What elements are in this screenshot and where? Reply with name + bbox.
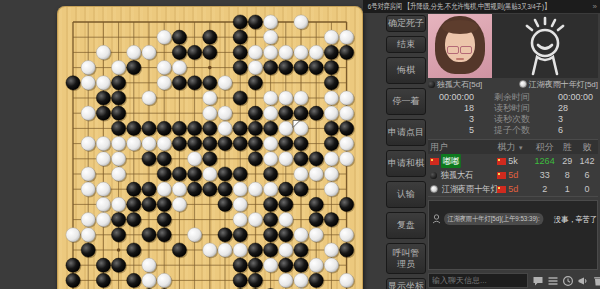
black-stone: [188, 45, 202, 59]
sidebar-button-6[interactable]: 认输: [386, 181, 426, 208]
black-stone: [172, 30, 186, 44]
white-stone: [233, 243, 247, 257]
black-stone: [203, 121, 217, 135]
user-table-header[interactable]: 用户 棋力 ▼ 积分 胜 败: [428, 140, 598, 154]
white-stone: [340, 106, 354, 120]
white-stone: [96, 137, 110, 151]
white-stone: [340, 228, 354, 242]
white-stone: [294, 91, 308, 105]
white-stone: [324, 152, 338, 166]
black-stone: [203, 152, 217, 166]
white-stone: [96, 182, 110, 196]
black-player-avatar[interactable]: [428, 14, 492, 78]
black-stone: [248, 152, 262, 166]
user-rank: 5d: [508, 184, 518, 194]
black-stone: [279, 228, 293, 242]
black-stone: [309, 152, 323, 166]
black-stone: [188, 76, 202, 90]
black-stone: [188, 121, 202, 135]
black-stone: [279, 61, 293, 75]
col-rank[interactable]: 棋力 ▼: [497, 140, 531, 155]
white-stone: [233, 213, 247, 227]
black-stone: [233, 228, 247, 242]
sort-arrow-icon: ▼: [518, 145, 524, 151]
black-stone: [233, 15, 247, 29]
black-stone: [340, 197, 354, 211]
stat-left-value-0: 00:00:00: [428, 92, 474, 103]
col-loss: 败: [576, 140, 598, 154]
white-stone: [264, 258, 278, 272]
black-stone: [294, 152, 308, 166]
black-stone: [248, 273, 262, 287]
trash-icon[interactable]: [592, 275, 600, 287]
white-stone: [142, 137, 156, 151]
user-wins: 8: [558, 168, 576, 182]
black-stone: [233, 30, 247, 44]
white-stone: [112, 137, 126, 151]
star-point: [208, 66, 212, 70]
user-losses: 142: [576, 154, 598, 168]
sidebar-button-5[interactable]: 申请和棋: [386, 150, 426, 177]
white-stone: [157, 76, 171, 90]
white-stone: [294, 228, 308, 242]
white-stone: [96, 45, 110, 59]
white-stone: [294, 15, 308, 29]
user-wins: 1: [558, 182, 576, 196]
black-stone: [279, 258, 293, 272]
col-score: 积分: [531, 140, 559, 154]
black-stone: [188, 167, 202, 181]
stat-label-0: 剩余时间: [474, 92, 550, 103]
black-stone: [127, 197, 141, 211]
black-stone: [142, 121, 156, 135]
black-stone: [309, 273, 323, 287]
white-stone: [127, 137, 141, 151]
white-stone: [324, 106, 338, 120]
black-stone: [233, 121, 247, 135]
stat-label-3: 提子个数: [474, 125, 550, 136]
white-stone: [309, 167, 323, 181]
black-stone: [157, 228, 171, 242]
country-flag-icon: [497, 172, 506, 179]
sidebar-button-8[interactable]: 呼叫管理员: [386, 243, 426, 274]
white-stone: [112, 197, 126, 211]
black-stone: [127, 273, 141, 287]
white-stone: [157, 61, 171, 75]
default-avatar-icon: [516, 16, 574, 76]
black-stone: [248, 121, 262, 135]
black-stone: [309, 61, 323, 75]
user-score: 1264: [531, 154, 559, 168]
white-stone: [264, 30, 278, 44]
black-stone-icon: [428, 81, 435, 88]
room-title: 6号对弈房间 【升降级,分先,不允许悔棋,中国规则(黑贴3又3/4子)】: [363, 0, 550, 13]
black-stone: [279, 182, 293, 196]
black-stone: [188, 182, 202, 196]
white-stone: [218, 121, 232, 135]
white-stone: [279, 152, 293, 166]
user-table: 用户 棋力 ▼ 积分 胜 败 嘟嘟5k126429142独孤大石5d3386江湖…: [428, 139, 598, 197]
black-stone: [264, 61, 278, 75]
black-stone: [218, 167, 232, 181]
white-stone: [188, 152, 202, 166]
black-stone: [142, 197, 156, 211]
black-stone: [172, 76, 186, 90]
black-stone: [127, 243, 141, 257]
white-stone: [309, 45, 323, 59]
white-stone: [142, 45, 156, 59]
white-stone: [233, 182, 247, 196]
avatar-fringe: [442, 20, 478, 34]
black-stone: [203, 182, 217, 196]
black-stone: [157, 197, 171, 211]
black-stone: [96, 91, 110, 105]
black-stone: [233, 45, 247, 59]
black-stone: [279, 106, 293, 120]
white-stone: [324, 91, 338, 105]
white-stone: [157, 137, 171, 151]
white-stone: [248, 45, 262, 59]
black-stone: [112, 121, 126, 135]
sidebar-button-1[interactable]: 结束: [386, 36, 426, 53]
stat-left-value-3: 5: [428, 125, 474, 136]
title-more-chevron[interactable]: »: [593, 0, 597, 13]
white-stone: [81, 167, 95, 181]
user-name: 江湖夜雨十年灯: [440, 182, 497, 196]
black-stone: [96, 106, 110, 120]
sidebar-button-3[interactable]: 停一着: [386, 88, 426, 115]
black-stone: [66, 273, 80, 287]
black-player-name: 独孤大石[5d]: [428, 80, 482, 90]
white-stone: [264, 91, 278, 105]
black-stone: [157, 152, 171, 166]
white-stone: [203, 106, 217, 120]
white-stone: [324, 167, 338, 181]
black-stone: [324, 45, 338, 59]
white-stone: [340, 91, 354, 105]
user-row-2[interactable]: 江湖夜雨十年灯5d210: [428, 182, 598, 196]
white-stone: [81, 182, 95, 196]
stat-left-value-2: 3: [428, 114, 474, 125]
white-stone: [218, 106, 232, 120]
black-stone: [340, 45, 354, 59]
black-stone: [248, 258, 262, 272]
player-avatars: [428, 14, 598, 78]
white-stone: [142, 273, 156, 287]
chat-input[interactable]: [428, 273, 528, 288]
black-stone: [309, 106, 323, 120]
white-stone-icon: [430, 185, 438, 193]
white-stone: [142, 91, 156, 105]
black-stone: [127, 121, 141, 135]
black-stone: [279, 197, 293, 211]
sidebar-button-2[interactable]: 悔棋: [386, 57, 426, 84]
white-stone: [264, 45, 278, 59]
white-stone: [81, 61, 95, 75]
megaphone-icon[interactable]: [577, 275, 589, 287]
white-stone: [248, 182, 262, 196]
list-icon[interactable]: [547, 275, 559, 287]
white-stone: [279, 45, 293, 59]
black-stone: [324, 121, 338, 135]
white-stone: [264, 137, 278, 151]
board-grid: [57, 6, 363, 289]
white-stone: [172, 197, 186, 211]
black-stone: [248, 15, 262, 29]
black-stone: [157, 167, 171, 181]
white-stone: [157, 30, 171, 44]
user-rank: 5k: [508, 156, 518, 166]
black-stone: [248, 76, 262, 90]
white-stone: [248, 61, 262, 75]
black-stone: [112, 258, 126, 272]
black-stone: [112, 76, 126, 90]
black-stone: [294, 61, 308, 75]
white-stone: [172, 61, 186, 75]
black-stone: [248, 137, 262, 151]
white-stone: [96, 213, 110, 227]
stat-right-value-2: 3: [550, 114, 598, 125]
stat-label-2: 读秒次数: [474, 114, 550, 125]
chat-sender: 江湖夜雨十年灯[5d](上午9:53:39):: [444, 213, 543, 225]
black-stone: [218, 137, 232, 151]
black-stone: [294, 106, 308, 120]
white-stone: [157, 273, 171, 287]
white-stone: [112, 167, 126, 181]
white-stone: [340, 137, 354, 151]
white-stone: [96, 76, 110, 90]
white-player-name: 江湖夜雨十年灯[5d]: [519, 80, 598, 90]
white-stone: [324, 243, 338, 257]
black-stone: [248, 243, 262, 257]
white-stone: [264, 152, 278, 166]
black-stone: [112, 213, 126, 227]
room-title-bar: 6号对弈房间 【升降级,分先,不允许悔棋,中国规则(黑贴3又3/4子)】 »: [363, 0, 600, 13]
black-stone: [157, 213, 171, 227]
black-stone: [172, 243, 186, 257]
black-stone: [172, 137, 186, 151]
black-stone: [324, 137, 338, 151]
black-stone: [127, 182, 141, 196]
black-stone: [264, 243, 278, 257]
star-point: [117, 248, 121, 252]
black-stone: [66, 76, 80, 90]
black-stone: [188, 137, 202, 151]
black-stone: [233, 91, 247, 105]
black-stone: [294, 137, 308, 151]
avatar-mouth: [456, 58, 464, 60]
black-stone: [96, 258, 110, 272]
white-stone: [340, 273, 354, 287]
white-stone: [340, 152, 354, 166]
chat-message: 江湖夜雨十年灯[5d](上午9:53:39): 没事，辛苦了: [432, 213, 600, 225]
black-stone: [294, 258, 308, 272]
black-stone: [309, 197, 323, 211]
white-stone: [294, 273, 308, 287]
white-stone: [66, 228, 80, 242]
white-stone: [112, 61, 126, 75]
black-stone: [324, 61, 338, 75]
white-stone: [142, 258, 156, 272]
black-stone: [294, 243, 308, 257]
game-action-sidebar: 确定死子结束悔棋停一着申请点目申请和棋认输复盘呼叫管理员显示坐标: [386, 15, 426, 289]
white-stone: [279, 121, 293, 135]
black-stone: [294, 182, 308, 196]
country-flag-icon: [497, 158, 506, 165]
sidebar-button-9[interactable]: 显示坐标: [386, 278, 426, 289]
speech-bubble-icon[interactable]: [532, 275, 544, 287]
user-rank: 5d: [508, 170, 518, 180]
black-stone: [112, 91, 126, 105]
black-stone: [248, 106, 262, 120]
black-stone: [127, 61, 141, 75]
user-name: 嘟嘟: [441, 154, 461, 168]
black-stone: [233, 273, 247, 287]
stat-label-1: 读秒时间: [474, 103, 550, 114]
stat-left-value-1: 18: [428, 103, 474, 114]
user-row-0[interactable]: 嘟嘟5k126429142: [428, 154, 598, 168]
sidebar-button-0[interactable]: 确定死子: [386, 15, 426, 32]
white-stone: [96, 197, 110, 211]
white-stone: [324, 182, 338, 196]
right-panel: 独孤大石[5d] 江湖夜雨十年灯[5d] 00:00:00剩余时间00:00:0…: [428, 14, 598, 289]
user-losses: 6: [576, 168, 598, 182]
user-score: 33: [531, 168, 559, 182]
white-stone: [324, 30, 338, 44]
white-stone: [81, 228, 95, 242]
white-stone: [218, 243, 232, 257]
chat-toolbar: [532, 275, 600, 287]
go-board[interactable]: [57, 6, 363, 289]
black-stone: [66, 258, 80, 272]
user-wins: 29: [558, 154, 576, 168]
black-stone: [112, 106, 126, 120]
stat-right-value-1: 28: [550, 103, 598, 114]
black-stone: [81, 243, 95, 257]
black-stone: [172, 167, 186, 181]
white-stone: [81, 106, 95, 120]
black-stone: [264, 167, 278, 181]
white-stone: [172, 182, 186, 196]
white-stone: [203, 91, 217, 105]
white-player-avatar[interactable]: [492, 14, 598, 78]
black-stone: [218, 197, 232, 211]
white-stone: [309, 228, 323, 242]
black-stone: [233, 167, 247, 181]
black-stone: [233, 258, 247, 272]
clock-and-capture-stats: 00:00:00剩余时间00:00:0018读秒时间283读秒次数35提子个数6: [428, 92, 598, 136]
white-stone: [81, 137, 95, 151]
chat-area[interactable]: 江湖夜雨十年灯[5d](上午9:53:39): 没事，辛苦了: [428, 200, 598, 270]
country-flag-icon: [497, 186, 506, 193]
avatar-glasses: [447, 40, 473, 47]
black-stone: [218, 228, 232, 242]
stat-right-value-0: 00:00:00: [550, 92, 598, 103]
black-stone: [203, 45, 217, 59]
white-stone: [279, 91, 293, 105]
black-stone: [203, 76, 217, 90]
black-stone: [142, 152, 156, 166]
black-stone-icon: [430, 172, 437, 179]
black-stone: [279, 137, 293, 151]
black-stone: [203, 30, 217, 44]
black-stone: [340, 243, 354, 257]
black-stone: [340, 121, 354, 135]
user-row-1[interactable]: 独孤大石5d3386: [428, 168, 598, 182]
black-stone: [264, 228, 278, 242]
white-stone: [188, 228, 202, 242]
black-stone: [96, 273, 110, 287]
col-user: 用户: [428, 140, 497, 154]
white-stone: [279, 243, 293, 257]
sidebar-button-4[interactable]: 申请点目: [386, 119, 426, 146]
sidebar-button-7[interactable]: 复盘: [386, 212, 426, 239]
white-stone: [279, 213, 293, 227]
black-stone: [324, 213, 338, 227]
black-stone: [112, 228, 126, 242]
white-stone: [340, 30, 354, 44]
black-stone: [172, 45, 186, 59]
black-stone: [142, 182, 156, 196]
white-stone: [264, 15, 278, 29]
white-stone: [279, 273, 293, 287]
white-stone: [264, 106, 278, 120]
white-stone: [157, 182, 171, 196]
black-stone: [324, 76, 338, 90]
black-stone: [264, 213, 278, 227]
white-stone: [324, 258, 338, 272]
col-win: 胜: [558, 140, 576, 154]
history-clock-icon[interactable]: [562, 275, 574, 287]
user-score: 2: [531, 182, 559, 196]
black-stone: [218, 182, 232, 196]
white-stone: [309, 258, 323, 272]
white-stone: [203, 243, 217, 257]
black-stone: [233, 137, 247, 151]
black-stone: [264, 197, 278, 211]
black-stone: [233, 61, 247, 75]
chat-input-row: [428, 273, 598, 288]
user-losses: 0: [576, 182, 598, 196]
black-stone: [142, 228, 156, 242]
white-stone: [294, 45, 308, 59]
white-stone: [112, 152, 126, 166]
black-stone: [203, 137, 217, 151]
black-stone: [127, 213, 141, 227]
player-name-row: 独孤大石[5d] 江湖夜雨十年灯[5d]: [428, 80, 598, 90]
white-stone: [81, 213, 95, 227]
chat-text: 没事，辛苦了: [554, 214, 597, 225]
black-stone: [172, 121, 186, 135]
white-stone: [81, 76, 95, 90]
user-name: 独孤大石: [439, 168, 475, 182]
white-stone: [233, 197, 247, 211]
black-stone: [309, 213, 323, 227]
white-stone: [264, 182, 278, 196]
white-stone: [127, 45, 141, 59]
white-stone-icon: [519, 80, 527, 88]
person-icon: [432, 214, 441, 224]
white-stone: [248, 213, 262, 227]
white-stone: [96, 152, 110, 166]
white-stone: [218, 76, 232, 90]
white-stone: [203, 167, 217, 181]
white-stone: [294, 167, 308, 181]
stat-right-value-3: 6: [550, 125, 598, 136]
spectator-flag-icon: [430, 158, 439, 165]
black-stone: [264, 121, 278, 135]
go-client-window: 6号对弈房间 【升降级,分先,不允许悔棋,中国规则(黑贴3又3/4子)】 » 确…: [0, 0, 600, 289]
